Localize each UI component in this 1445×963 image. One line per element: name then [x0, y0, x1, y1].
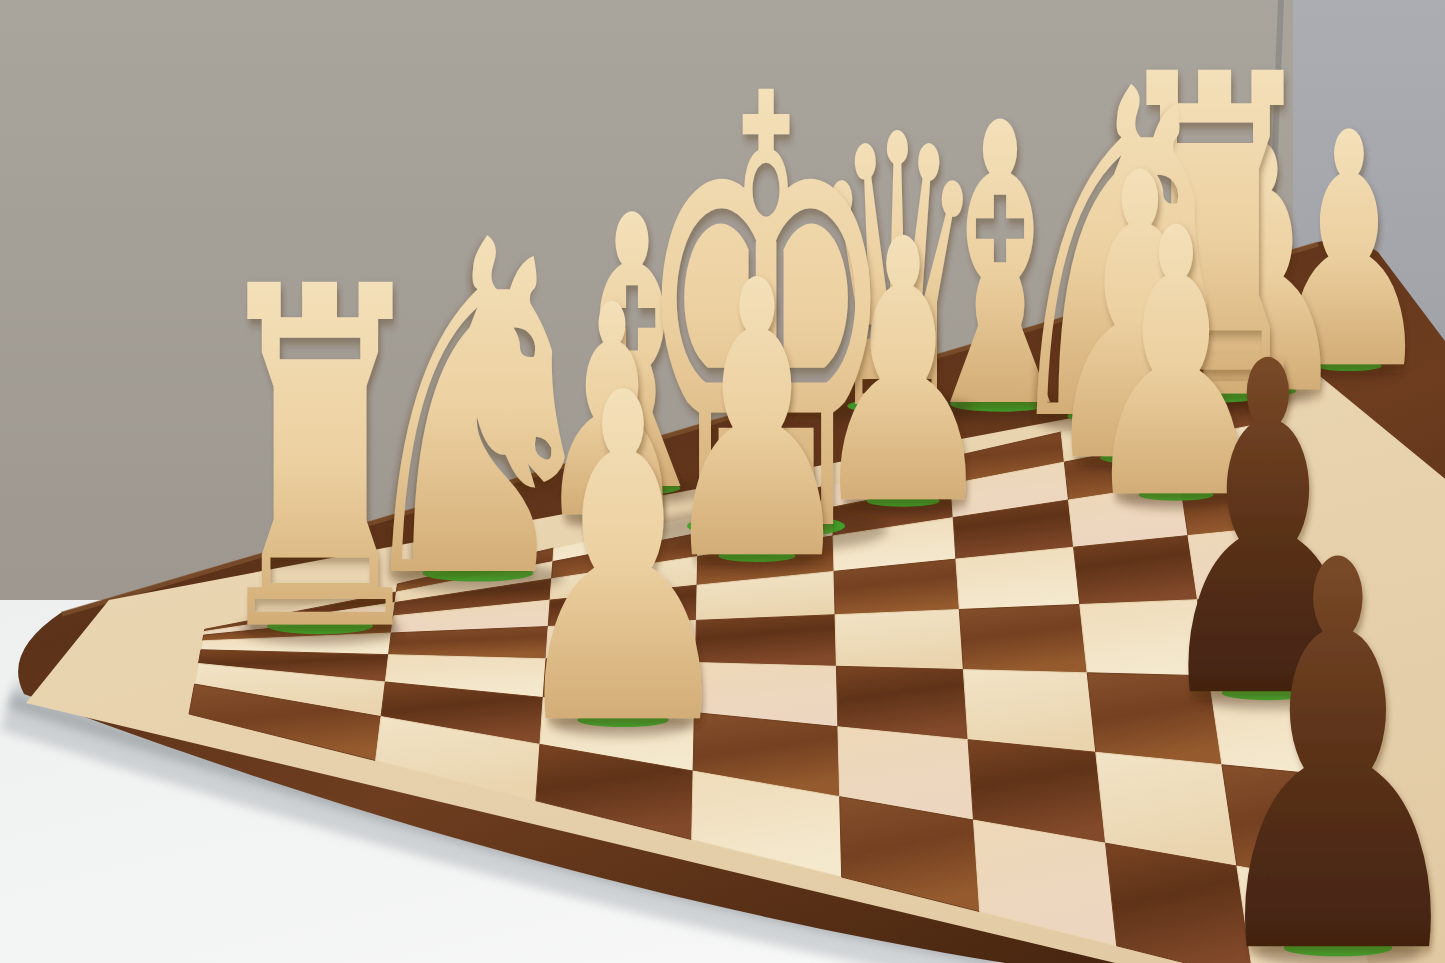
board-square — [963, 670, 1095, 753]
white-pawn-1[interactable]: ♟ — [505, 298, 740, 824]
board-square — [959, 605, 1087, 673]
white-rook-h1[interactable]: ♜ — [204, 189, 435, 734]
chess-photo-scene: ♟♟♜♝♛♞♟♝♟♟♟♚♟♞♜♟♟♟ — [0, 0, 1445, 963]
black-pawn-a6[interactable]: ♟ — [1199, 449, 1445, 963]
chess-board: ♟♟♜♝♛♞♟♝♟♟♟♚♟♞♜♟♟♟ — [0, 0, 1445, 963]
